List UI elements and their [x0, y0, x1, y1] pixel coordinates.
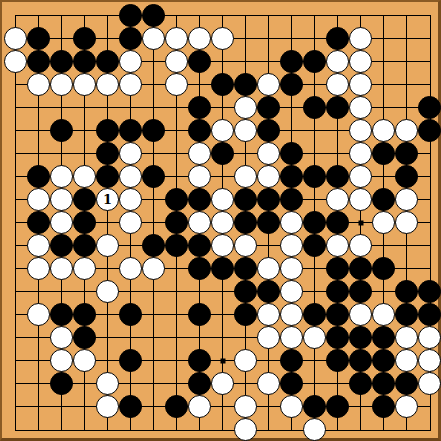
black-stone: [326, 280, 349, 303]
black-stone: [326, 257, 349, 280]
black-stone: [395, 303, 418, 326]
white-stone: [326, 234, 349, 257]
black-stone: [50, 372, 73, 395]
black-stone: [326, 349, 349, 372]
black-stone: [188, 234, 211, 257]
white-stone: [73, 73, 96, 96]
white-stone: [418, 372, 441, 395]
white-stone: [211, 211, 234, 234]
white-stone: [257, 165, 280, 188]
black-stone: [188, 188, 211, 211]
black-stone: [349, 257, 372, 280]
black-stone: [142, 165, 165, 188]
white-stone: [27, 188, 50, 211]
black-stone: [50, 303, 73, 326]
black-stone: [303, 96, 326, 119]
white-stone: [50, 257, 73, 280]
white-stone: [119, 257, 142, 280]
white-stone: [119, 188, 142, 211]
black-stone: [395, 165, 418, 188]
white-stone: [119, 165, 142, 188]
white-stone: 1: [96, 188, 119, 211]
black-stone: [349, 349, 372, 372]
black-stone: [303, 211, 326, 234]
black-stone: [303, 234, 326, 257]
black-stone: [96, 165, 119, 188]
black-stone: [73, 50, 96, 73]
white-stone: [73, 349, 96, 372]
white-stone: [349, 96, 372, 119]
black-stone: [50, 50, 73, 73]
black-stone: [372, 188, 395, 211]
white-stone: [395, 326, 418, 349]
white-stone: [119, 73, 142, 96]
white-stone: [50, 165, 73, 188]
black-stone: [280, 50, 303, 73]
white-stone: [280, 211, 303, 234]
white-stone: [234, 96, 257, 119]
black-stone: [303, 165, 326, 188]
white-stone: [211, 234, 234, 257]
black-stone: [142, 119, 165, 142]
black-stone: [211, 142, 234, 165]
black-stone: [257, 280, 280, 303]
black-stone: [257, 211, 280, 234]
black-stone: [188, 119, 211, 142]
black-stone: [27, 165, 50, 188]
black-stone: [234, 211, 257, 234]
black-stone: [73, 27, 96, 50]
black-stone: [280, 372, 303, 395]
black-stone: [119, 119, 142, 142]
white-stone: [280, 303, 303, 326]
white-stone: [349, 50, 372, 73]
black-stone: [372, 349, 395, 372]
go-board-frame: 1: [0, 0, 441, 441]
white-stone: [349, 73, 372, 96]
white-stone: [50, 73, 73, 96]
black-stone: [188, 372, 211, 395]
white-stone: [119, 142, 142, 165]
black-stone: [50, 119, 73, 142]
black-stone: [73, 326, 96, 349]
black-stone: [326, 395, 349, 418]
white-stone: [372, 211, 395, 234]
white-stone: [96, 280, 119, 303]
black-stone: [234, 257, 257, 280]
white-stone: [326, 188, 349, 211]
move-number-label: 1: [103, 193, 112, 206]
black-stone: [165, 211, 188, 234]
stone-grid: 1: [4, 4, 441, 441]
white-stone: [50, 211, 73, 234]
black-stone: [188, 349, 211, 372]
white-stone: [119, 50, 142, 73]
white-stone: [234, 395, 257, 418]
white-stone: [395, 211, 418, 234]
white-stone: [234, 234, 257, 257]
white-stone: [257, 257, 280, 280]
black-stone: [119, 395, 142, 418]
white-stone: [326, 73, 349, 96]
white-stone: [349, 303, 372, 326]
white-stone: [234, 119, 257, 142]
white-stone: [50, 188, 73, 211]
black-stone: [257, 119, 280, 142]
white-stone: [234, 349, 257, 372]
black-stone: [119, 4, 142, 27]
black-stone: [234, 188, 257, 211]
white-stone: [257, 73, 280, 96]
black-stone: [372, 326, 395, 349]
black-stone: [418, 303, 441, 326]
black-stone: [349, 372, 372, 395]
black-stone: [303, 303, 326, 326]
white-stone: [119, 211, 142, 234]
white-stone: [349, 142, 372, 165]
black-stone: [395, 142, 418, 165]
black-stone: [50, 234, 73, 257]
white-stone: [257, 303, 280, 326]
black-stone: [280, 73, 303, 96]
white-stone: [142, 27, 165, 50]
black-stone: [73, 188, 96, 211]
black-stone: [349, 326, 372, 349]
black-stone: [326, 27, 349, 50]
black-stone: [165, 188, 188, 211]
white-stone: [188, 165, 211, 188]
black-stone: [234, 303, 257, 326]
white-stone: [96, 73, 119, 96]
white-stone: [303, 418, 326, 441]
black-stone: [96, 119, 119, 142]
white-stone: [280, 280, 303, 303]
black-stone: [27, 27, 50, 50]
black-stone: [326, 303, 349, 326]
black-stone: [119, 303, 142, 326]
white-stone: [4, 27, 27, 50]
white-stone: [188, 395, 211, 418]
black-stone: [349, 280, 372, 303]
white-stone: [188, 27, 211, 50]
white-stone: [257, 326, 280, 349]
white-stone: [303, 326, 326, 349]
white-stone: [50, 349, 73, 372]
white-stone: [73, 257, 96, 280]
white-stone: [349, 119, 372, 142]
white-stone: [418, 349, 441, 372]
white-stone: [188, 142, 211, 165]
white-stone: [165, 27, 188, 50]
white-stone: [257, 142, 280, 165]
white-stone: [96, 395, 119, 418]
black-stone: [303, 50, 326, 73]
black-stone: [372, 257, 395, 280]
white-stone: [349, 27, 372, 50]
black-stone: [142, 234, 165, 257]
white-stone: [165, 73, 188, 96]
black-stone: [73, 234, 96, 257]
white-stone: [234, 418, 257, 441]
black-stone: [96, 142, 119, 165]
black-stone: [418, 119, 441, 142]
white-stone: [372, 119, 395, 142]
black-stone: [188, 303, 211, 326]
white-stone: [27, 73, 50, 96]
black-stone: [280, 188, 303, 211]
white-stone: [211, 27, 234, 50]
black-stone: [73, 211, 96, 234]
white-stone: [234, 165, 257, 188]
black-stone: [303, 395, 326, 418]
white-stone: [349, 188, 372, 211]
black-stone: [73, 303, 96, 326]
black-stone: [280, 142, 303, 165]
black-stone: [211, 73, 234, 96]
white-stone: [142, 257, 165, 280]
white-stone: [395, 119, 418, 142]
black-stone: [96, 50, 119, 73]
white-stone: [96, 372, 119, 395]
black-stone: [119, 349, 142, 372]
white-stone: [418, 326, 441, 349]
white-stone: [280, 326, 303, 349]
black-stone: [326, 96, 349, 119]
black-stone: [372, 372, 395, 395]
white-stone: [372, 303, 395, 326]
black-stone: [326, 165, 349, 188]
white-stone: [395, 395, 418, 418]
black-stone: [188, 257, 211, 280]
black-stone: [27, 50, 50, 73]
black-stone: [257, 188, 280, 211]
black-stone: [142, 4, 165, 27]
black-stone: [280, 349, 303, 372]
black-stone: [165, 395, 188, 418]
black-stone: [234, 73, 257, 96]
black-stone: [211, 257, 234, 280]
black-stone: [418, 280, 441, 303]
go-board: 1: [2, 2, 438, 438]
white-stone: [4, 50, 27, 73]
white-stone: [27, 234, 50, 257]
black-stone: [326, 211, 349, 234]
black-stone: [372, 142, 395, 165]
black-stone: [280, 165, 303, 188]
white-stone: [165, 50, 188, 73]
white-stone: [50, 326, 73, 349]
white-stone: [96, 234, 119, 257]
white-stone: [349, 165, 372, 188]
white-stone: [280, 257, 303, 280]
white-stone: [211, 119, 234, 142]
white-stone: [280, 234, 303, 257]
white-stone: [73, 165, 96, 188]
black-stone: [326, 326, 349, 349]
black-stone: [395, 280, 418, 303]
white-stone: [395, 188, 418, 211]
white-stone: [211, 188, 234, 211]
black-stone: [165, 234, 188, 257]
white-stone: [280, 395, 303, 418]
white-stone: [395, 349, 418, 372]
black-stone: [188, 50, 211, 73]
white-stone: [188, 211, 211, 234]
white-stone: [257, 372, 280, 395]
black-stone: [27, 211, 50, 234]
white-stone: [27, 303, 50, 326]
white-stone: [326, 50, 349, 73]
white-stone: [211, 372, 234, 395]
black-stone: [418, 96, 441, 119]
black-stone: [372, 395, 395, 418]
black-stone: [188, 96, 211, 119]
black-stone: [257, 96, 280, 119]
black-stone: [119, 27, 142, 50]
white-stone: [349, 234, 372, 257]
black-stone: [234, 280, 257, 303]
white-stone: [27, 257, 50, 280]
black-stone: [395, 372, 418, 395]
